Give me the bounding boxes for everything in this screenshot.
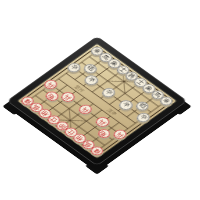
piece-glyph: 傌 — [31, 104, 41, 111]
piece-glyph: 砲 — [137, 102, 147, 109]
piece-glyph: 俥 — [23, 97, 33, 104]
piece-glyph: 相 — [75, 135, 85, 142]
board-point — [71, 121, 87, 133]
board-point — [103, 122, 119, 134]
piece-black-cannon[interactable]: 砲 — [133, 99, 151, 112]
board-point — [53, 108, 69, 120]
piece-glyph: 車 — [161, 97, 171, 104]
board-point: 炮 — [96, 128, 112, 140]
piece-red-cannon[interactable]: 炮 — [95, 127, 113, 140]
xiangqi-board: 楚河 漢界 車馬象士將士象馬車砲砲卒卒卒卒卒兵兵兵兵兵炮炮俥傌相仕帥仕相傌俥 — [6, 36, 187, 166]
board-point: 砲 — [134, 100, 150, 112]
piece-glyph: 卒 — [121, 102, 131, 109]
board-point — [79, 127, 95, 139]
piece-glyph: 仕 — [66, 129, 76, 136]
board-point — [94, 104, 110, 116]
board-point — [78, 115, 94, 127]
board-point — [126, 106, 142, 118]
board-point: 兵 — [95, 116, 111, 128]
piece-red-soldier[interactable]: 兵 — [77, 103, 95, 116]
board-point — [61, 103, 77, 115]
board-point — [110, 105, 126, 117]
piece-glyph: 兵 — [98, 118, 108, 125]
board-point — [87, 121, 103, 133]
piece-glyph: 仕 — [49, 116, 59, 123]
piece-grid: 車馬象士將士象馬車砲砲卒卒卒卒卒兵兵兵兵兵炮炮俥傌相仕帥仕相傌俥 — [20, 45, 175, 156]
piece-glyph: 兵 — [115, 131, 125, 138]
piece-glyph: 炮 — [99, 130, 109, 137]
board-point — [62, 114, 78, 126]
board-point — [88, 133, 104, 145]
piece-glyph: 傌 — [83, 141, 93, 148]
piece-glyph: 俥 — [92, 147, 102, 154]
piece-glyph: 卒 — [138, 114, 148, 121]
product-photo-canvas: 楚河 漢界 車馬象士將士象馬車砲砲卒卒卒卒卒兵兵兵兵兵炮炮俥傌相仕帥仕相傌俥 — [0, 0, 200, 200]
piece-glyph: 相 — [40, 110, 50, 117]
piece-red-soldier[interactable]: 兵 — [94, 115, 112, 128]
